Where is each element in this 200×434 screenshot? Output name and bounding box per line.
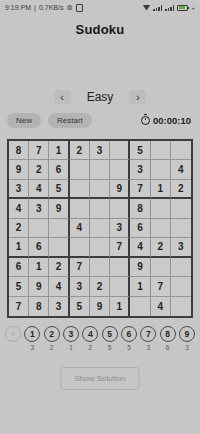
cell-r6c8[interactable]: 2 xyxy=(151,238,171,257)
cell-r7c1[interactable]: 6 xyxy=(9,258,29,277)
cell-r7c8[interactable] xyxy=(151,258,171,277)
cell-r8c3[interactable]: 4 xyxy=(49,277,69,296)
numpad-digit: 4 xyxy=(82,326,98,342)
cell-r7c4[interactable]: 7 xyxy=(70,258,90,277)
cell-r9c1[interactable]: 7 xyxy=(9,297,29,316)
chevron-left-icon[interactable]: ‹ xyxy=(54,90,71,104)
cell-r3c9[interactable]: 2 xyxy=(171,180,191,199)
cell-r1c9[interactable] xyxy=(171,141,191,160)
status-bar: 9:19 PM | 0.7KB/s ⚙ + xyxy=(0,0,200,15)
restart-button[interactable]: Restart xyxy=(48,113,92,128)
cell-r3c8[interactable]: 1 xyxy=(151,180,171,199)
cell-r5c7[interactable]: 6 xyxy=(130,219,150,238)
sim-card-icon xyxy=(76,4,83,12)
cell-r3c7[interactable]: 7 xyxy=(130,180,150,199)
remaining-count: 5 xyxy=(108,344,112,351)
cell-r9c2[interactable]: 8 xyxy=(29,297,49,316)
cell-r6c2[interactable]: 6 xyxy=(29,238,49,257)
numpad-digit: 8 xyxy=(160,326,176,342)
cell-r9c5[interactable]: 9 xyxy=(90,297,110,316)
cell-r2c7[interactable]: 3 xyxy=(130,160,150,179)
cell-r4c4[interactable] xyxy=(70,199,90,218)
cell-r2c4[interactable] xyxy=(70,160,90,179)
cell-r1c4[interactable]: 2 xyxy=(70,141,90,160)
gear-icon: ⚙ xyxy=(66,4,72,11)
cell-r5c8[interactable] xyxy=(151,219,171,238)
numpad-digit: 2 xyxy=(44,326,60,342)
remaining-count: 2 xyxy=(50,344,54,351)
cell-r3c4[interactable] xyxy=(70,180,90,199)
numpad-button-9[interactable]: 93 xyxy=(178,326,196,351)
cell-r9c3[interactable]: 3 xyxy=(49,297,69,316)
cell-r3c3[interactable]: 5 xyxy=(49,180,69,199)
cell-r8c2[interactable]: 9 xyxy=(29,277,49,296)
battery-icon xyxy=(177,5,188,11)
cell-r4c1[interactable]: 4 xyxy=(9,199,29,218)
cell-r6c5[interactable] xyxy=(90,238,110,257)
cell-r2c6[interactable] xyxy=(110,160,130,179)
remaining-count: 2 xyxy=(89,344,93,351)
remaining-count: 5 xyxy=(127,344,131,351)
cell-r7c9[interactable] xyxy=(171,258,191,277)
cell-r4c2[interactable]: 3 xyxy=(29,199,49,218)
numpad-button-3[interactable]: 31 xyxy=(62,326,80,351)
status-separator: | xyxy=(34,4,36,11)
numpad-button-7[interactable]: 73 xyxy=(139,326,157,351)
cell-r7c7[interactable]: 9 xyxy=(130,258,150,277)
cell-r4c3[interactable]: 9 xyxy=(49,199,69,218)
erase-button[interactable]: × xyxy=(4,326,22,351)
cell-r6c6[interactable]: 7 xyxy=(110,238,130,257)
cell-r5c4[interactable]: 4 xyxy=(70,219,90,238)
cell-r5c3[interactable] xyxy=(49,219,69,238)
numpad-digit: 9 xyxy=(179,326,195,342)
signal-bars-icon xyxy=(165,5,174,11)
difficulty-label: Easy xyxy=(87,90,114,104)
cell-r6c9[interactable]: 3 xyxy=(171,238,191,257)
cell-r9c9[interactable] xyxy=(171,297,191,316)
cell-r5c6[interactable]: 3 xyxy=(110,219,130,238)
timer: 00:00:10 xyxy=(141,115,191,126)
cell-r3c1[interactable]: 3 xyxy=(9,180,29,199)
numpad-digit: 7 xyxy=(140,326,156,342)
clock-text: 9:19 PM xyxy=(5,4,31,11)
cell-r2c9[interactable]: 4 xyxy=(171,160,191,179)
cell-r5c1[interactable]: 2 xyxy=(9,219,29,238)
cell-r2c5[interactable] xyxy=(90,160,110,179)
show-solution-button[interactable]: Show Solution xyxy=(60,367,139,390)
cell-r1c1[interactable]: 8 xyxy=(9,141,29,160)
cell-r1c7[interactable]: 5 xyxy=(130,141,150,160)
new-button[interactable]: New xyxy=(7,113,41,128)
cell-r2c8[interactable] xyxy=(151,160,171,179)
cell-r8c4[interactable]: 3 xyxy=(70,277,90,296)
signal-bars-icon xyxy=(153,5,162,11)
cell-r8c8[interactable]: 7 xyxy=(151,277,171,296)
difficulty-selector: ‹ Easy › xyxy=(0,90,200,104)
charging-icon: + xyxy=(191,5,195,11)
cell-r4c7[interactable]: 8 xyxy=(130,199,150,218)
cell-r3c5[interactable] xyxy=(90,180,110,199)
cell-r8c9[interactable] xyxy=(171,277,191,296)
cell-r4c6[interactable] xyxy=(110,199,130,218)
cell-r1c2[interactable]: 7 xyxy=(29,141,49,160)
cell-r8c5[interactable]: 2 xyxy=(90,277,110,296)
toolbar: New Restart 00:00:10 xyxy=(7,111,191,129)
numpad-button-4[interactable]: 42 xyxy=(81,326,99,351)
cell-r6c1[interactable]: 1 xyxy=(9,238,29,257)
remaining-count: 3 xyxy=(31,344,35,351)
cell-r1c6[interactable] xyxy=(110,141,130,160)
remaining-count: 3 xyxy=(185,344,189,351)
timer-value: 00:00:10 xyxy=(153,115,191,126)
numpad-digit: 3 xyxy=(63,326,79,342)
cell-r4c8[interactable] xyxy=(151,199,171,218)
cell-r7c5[interactable] xyxy=(90,258,110,277)
numpad-digit: 5 xyxy=(102,326,118,342)
cell-r8c6[interactable] xyxy=(110,277,130,296)
cell-r1c3[interactable]: 1 xyxy=(49,141,69,160)
cell-r9c4[interactable]: 5 xyxy=(70,297,90,316)
sudoku-grid: 8712359263434597124398243616742361279594… xyxy=(7,139,193,318)
stopwatch-icon xyxy=(141,116,150,125)
wifi-icon xyxy=(142,5,150,11)
status-right: + xyxy=(142,5,195,11)
numpad-digit: 1 xyxy=(24,326,40,342)
cell-r5c2[interactable] xyxy=(29,219,49,238)
cell-r8c1[interactable]: 5 xyxy=(9,277,29,296)
remaining-count: 3 xyxy=(146,344,150,351)
cell-r7c3[interactable]: 2 xyxy=(49,258,69,277)
cell-r4c5[interactable] xyxy=(90,199,110,218)
cell-r5c5[interactable] xyxy=(90,219,110,238)
cell-r6c7[interactable]: 4 xyxy=(130,238,150,257)
cell-r2c1[interactable]: 9 xyxy=(9,160,29,179)
cell-r2c3[interactable]: 6 xyxy=(49,160,69,179)
erase-icon: × xyxy=(5,326,21,342)
cell-r7c6[interactable] xyxy=(110,258,130,277)
remaining-count: 1 xyxy=(69,344,73,351)
numpad-button-1[interactable]: 13 xyxy=(23,326,41,351)
net-speed-text: 0.7KB/s xyxy=(39,4,64,11)
cell-r7c2[interactable]: 1 xyxy=(29,258,49,277)
cell-r9c6[interactable]: 1 xyxy=(110,297,130,316)
cell-r6c4[interactable] xyxy=(70,238,90,257)
cell-r9c7[interactable] xyxy=(130,297,150,316)
cell-r8c7[interactable]: 1 xyxy=(130,277,150,296)
numpad: × 132231425565738693 xyxy=(4,326,196,351)
chevron-right-icon[interactable]: › xyxy=(129,90,146,104)
cell-r4c9[interactable] xyxy=(171,199,191,218)
cell-r1c5[interactable]: 3 xyxy=(90,141,110,160)
numpad-button-8[interactable]: 86 xyxy=(159,326,177,351)
numpad-button-2[interactable]: 22 xyxy=(43,326,61,351)
cell-r5c9[interactable] xyxy=(171,219,191,238)
cell-r9c8[interactable]: 4 xyxy=(151,297,171,316)
cell-r3c2[interactable]: 4 xyxy=(29,180,49,199)
status-left: 9:19 PM | 0.7KB/s ⚙ xyxy=(5,4,83,12)
numpad-digit: 6 xyxy=(121,326,137,342)
cell-r3c6[interactable]: 9 xyxy=(110,180,130,199)
remaining-count: 6 xyxy=(166,344,170,351)
cell-r1c8[interactable] xyxy=(151,141,171,160)
cell-r6c3[interactable] xyxy=(49,238,69,257)
cell-r2c2[interactable]: 2 xyxy=(29,160,49,179)
numpad-button-6[interactable]: 65 xyxy=(120,326,138,351)
numpad-button-5[interactable]: 55 xyxy=(101,326,119,351)
page-title: Sudoku xyxy=(0,22,200,37)
